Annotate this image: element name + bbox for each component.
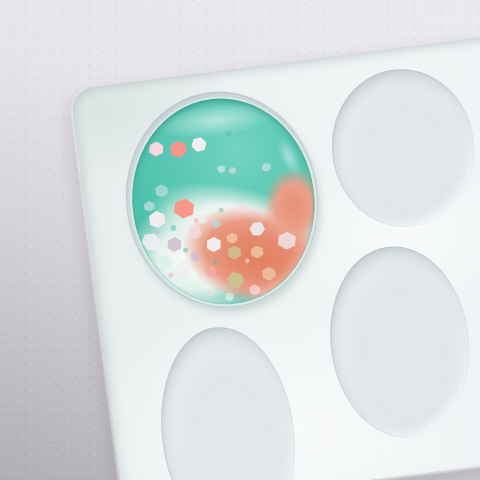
silicone-mold <box>70 19 480 480</box>
mold-cavity-bottom-right <box>319 238 480 446</box>
resin-cabochon <box>118 85 329 317</box>
resin-rim <box>120 88 327 315</box>
photo-frame <box>0 0 480 480</box>
mold-cavity-bottom-center <box>149 319 307 480</box>
mold-cavity-top-right <box>323 61 480 236</box>
